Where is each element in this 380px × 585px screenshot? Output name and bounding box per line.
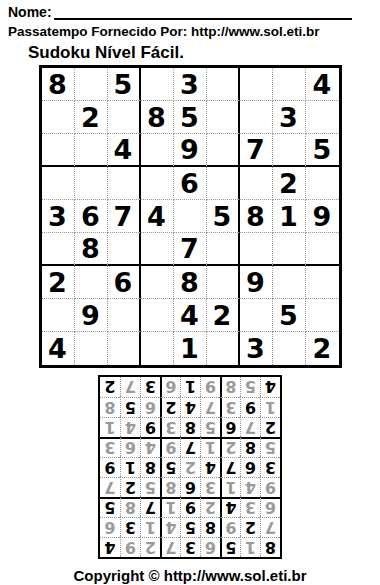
solution-cell: 7 bbox=[200, 397, 220, 417]
puzzle-cell: 5 bbox=[273, 299, 306, 332]
puzzle-cell bbox=[42, 167, 75, 200]
puzzle-cell: 9 bbox=[240, 266, 273, 299]
solution-cell: 2 bbox=[180, 457, 200, 477]
puzzle-cell bbox=[240, 68, 273, 101]
solution-cell: 9 bbox=[200, 377, 220, 397]
solution-cell: 7 bbox=[260, 517, 280, 537]
puzzle-cell bbox=[240, 101, 273, 134]
solution-cell: 9 bbox=[160, 437, 180, 457]
solution-cell: 6 bbox=[260, 497, 280, 517]
name-label: Nome: bbox=[8, 4, 52, 20]
puzzle-cell: 3 bbox=[42, 200, 75, 233]
puzzle-cell: 2 bbox=[42, 266, 75, 299]
puzzle-cell bbox=[306, 167, 339, 200]
page-title: Sudoku Nível Fácil. bbox=[28, 43, 380, 62]
name-underline bbox=[54, 4, 352, 20]
puzzle-cell: 8 bbox=[141, 101, 174, 134]
solution-cell: 3 bbox=[120, 517, 140, 537]
solution-cell: 8 bbox=[100, 397, 120, 417]
puzzle-cell bbox=[42, 299, 75, 332]
puzzle-cell: 3 bbox=[240, 332, 273, 365]
solution-cell: 5 bbox=[180, 517, 200, 537]
solution-cell: 3 bbox=[140, 377, 160, 397]
solution-cell: 7 bbox=[240, 417, 260, 437]
solution-cell: 3 bbox=[240, 497, 260, 517]
puzzle-cell bbox=[207, 101, 240, 134]
puzzle-grid: 853428534975623674581987268994254132 bbox=[39, 65, 342, 368]
puzzle-cell bbox=[174, 200, 207, 233]
puzzle-cell: 9 bbox=[174, 134, 207, 167]
solution-cell: 7 bbox=[220, 457, 240, 477]
puzzle-cell: 4 bbox=[141, 200, 174, 233]
puzzle-cell bbox=[207, 233, 240, 266]
puzzle-cell bbox=[75, 134, 108, 167]
solution-cell: 5 bbox=[140, 477, 160, 497]
puzzle-cell: 8 bbox=[174, 266, 207, 299]
solution-cell: 3 bbox=[260, 457, 280, 477]
puzzle-cell bbox=[240, 167, 273, 200]
puzzle-cell bbox=[75, 68, 108, 101]
puzzle-cell: 3 bbox=[273, 101, 306, 134]
puzzle-cell bbox=[108, 101, 141, 134]
solution-cell: 1 bbox=[240, 537, 260, 557]
solution-cell: 1 bbox=[180, 377, 200, 397]
puzzle-cell: 8 bbox=[240, 200, 273, 233]
solution-cell: 4 bbox=[260, 377, 280, 397]
puzzle-cell: 1 bbox=[273, 200, 306, 233]
puzzle-cell bbox=[306, 233, 339, 266]
puzzle-cell bbox=[207, 134, 240, 167]
puzzle-cell bbox=[141, 68, 174, 101]
puzzle-cell bbox=[42, 101, 75, 134]
solution-cell: 2 bbox=[160, 397, 180, 417]
solution-cell: 8 bbox=[260, 537, 280, 557]
puzzle-cell bbox=[207, 68, 240, 101]
solution-cell: 7 bbox=[180, 437, 200, 457]
puzzle-cell bbox=[141, 134, 174, 167]
puzzle-cell bbox=[306, 101, 339, 134]
puzzle-cell: 6 bbox=[174, 167, 207, 200]
solution-cell: 1 bbox=[140, 517, 160, 537]
puzzle-cell bbox=[108, 167, 141, 200]
solution-cell: 8 bbox=[120, 497, 140, 517]
solution-cell: 5 bbox=[160, 457, 180, 477]
solution-cell: 4 bbox=[120, 417, 140, 437]
solution-cell: 9 bbox=[120, 537, 140, 557]
puzzle-cell: 5 bbox=[174, 101, 207, 134]
puzzle-cell bbox=[141, 167, 174, 200]
solution-cell: 6 bbox=[240, 457, 260, 477]
solution-cell: 4 bbox=[180, 397, 200, 417]
worksheet-page: Nome: Passatempo Fornecido Por: http://w… bbox=[0, 4, 380, 584]
puzzle-cell bbox=[75, 167, 108, 200]
solution-cell: 9 bbox=[240, 397, 260, 417]
puzzle-cell: 4 bbox=[108, 134, 141, 167]
solution-cell: 3 bbox=[160, 417, 180, 437]
solution-cell: 5 bbox=[260, 437, 280, 457]
puzzle-cell bbox=[141, 332, 174, 365]
solution-cell: 6 bbox=[180, 477, 200, 497]
solution-cell: 9 bbox=[180, 497, 200, 517]
solution-cell: 6 bbox=[140, 397, 160, 417]
name-row: Nome: bbox=[8, 4, 352, 20]
solution-cell: 9 bbox=[140, 417, 160, 437]
puzzle-cell: 2 bbox=[273, 167, 306, 200]
solution-cell: 4 bbox=[160, 517, 180, 537]
solution-cell: 2 bbox=[100, 377, 120, 397]
puzzle-cell: 6 bbox=[75, 200, 108, 233]
puzzle-cell bbox=[141, 233, 174, 266]
puzzle-cell bbox=[273, 332, 306, 365]
puzzle-cell bbox=[108, 233, 141, 266]
solution-cell: 7 bbox=[140, 497, 160, 517]
puzzle-cell bbox=[207, 332, 240, 365]
solution-cell: 4 bbox=[200, 457, 220, 477]
solution-cell: 1 bbox=[200, 437, 220, 457]
puzzle-cell: 5 bbox=[207, 200, 240, 233]
solution-cell: 1 bbox=[160, 497, 180, 517]
puzzle-cell: 5 bbox=[108, 68, 141, 101]
puzzle-cell bbox=[273, 266, 306, 299]
copyright: Copyright © http://www.sol.eti.br bbox=[0, 567, 380, 584]
puzzle-cell bbox=[108, 332, 141, 365]
puzzle-cell bbox=[42, 134, 75, 167]
puzzle-cell: 8 bbox=[42, 68, 75, 101]
solution-cell: 9 bbox=[260, 477, 280, 497]
puzzle-cell bbox=[141, 299, 174, 332]
solution-cell: 2 bbox=[120, 477, 140, 497]
puzzle-cell bbox=[273, 233, 306, 266]
puzzle-cell: 4 bbox=[174, 299, 207, 332]
solution-cell: 2 bbox=[240, 517, 260, 537]
solution-cell: 6 bbox=[220, 417, 240, 437]
provider-line: Passatempo Fornecido Por: http://www.sol… bbox=[8, 24, 380, 39]
puzzle-cell: 2 bbox=[75, 101, 108, 134]
solution-cell: 1 bbox=[120, 457, 140, 477]
puzzle-cell: 7 bbox=[174, 233, 207, 266]
solution-cell: 3 bbox=[200, 477, 220, 497]
puzzle-cell: 1 bbox=[174, 332, 207, 365]
solution-cell: 5 bbox=[200, 417, 220, 437]
puzzle-cell: 7 bbox=[108, 200, 141, 233]
solution-cell: 3 bbox=[220, 397, 240, 417]
puzzle-cell bbox=[306, 266, 339, 299]
puzzle-cell: 5 bbox=[306, 134, 339, 167]
puzzle-cell bbox=[141, 266, 174, 299]
puzzle-cell: 3 bbox=[174, 68, 207, 101]
solution-cell: 4 bbox=[220, 497, 240, 517]
solution-cell: 1 bbox=[260, 397, 280, 417]
solution-cell: 6 bbox=[160, 377, 180, 397]
puzzle-cell bbox=[75, 266, 108, 299]
puzzle-cell: 8 bbox=[75, 233, 108, 266]
puzzle-cell: 4 bbox=[42, 332, 75, 365]
puzzle-cell bbox=[240, 233, 273, 266]
puzzle-cell bbox=[75, 332, 108, 365]
puzzle-cell: 2 bbox=[207, 299, 240, 332]
puzzle-cell: 6 bbox=[108, 266, 141, 299]
puzzle-cell: 4 bbox=[306, 68, 339, 101]
puzzle-cell bbox=[240, 299, 273, 332]
solution-cell: 1 bbox=[100, 417, 120, 437]
solution-cell: 5 bbox=[220, 537, 240, 557]
solution-cell: 8 bbox=[180, 417, 200, 437]
puzzle-cell: 9 bbox=[75, 299, 108, 332]
solution-cell: 8 bbox=[220, 377, 240, 397]
solution-cell: 1 bbox=[220, 477, 240, 497]
solution-cell: 4 bbox=[140, 437, 160, 457]
puzzle-cell: 9 bbox=[306, 200, 339, 233]
solution-cell: 8 bbox=[240, 437, 260, 457]
solution-cell: 8 bbox=[160, 477, 180, 497]
puzzle-cell bbox=[42, 233, 75, 266]
solution-cell: 7 bbox=[120, 377, 140, 397]
solution-cell: 9 bbox=[220, 517, 240, 537]
solution-cell: 2 bbox=[260, 417, 280, 437]
solution-grid-rotated: 8156372947298541366342917859413685273674… bbox=[98, 375, 282, 559]
solution-cell: 7 bbox=[160, 537, 180, 557]
solution-cell: 4 bbox=[100, 537, 120, 557]
solution-cell: 5 bbox=[240, 377, 260, 397]
solution-cell: 5 bbox=[100, 497, 120, 517]
puzzle-cell bbox=[306, 299, 339, 332]
puzzle-cell bbox=[273, 68, 306, 101]
puzzle-cell: 2 bbox=[306, 332, 339, 365]
puzzle-cell bbox=[273, 134, 306, 167]
solution-cell: 3 bbox=[180, 537, 200, 557]
puzzle-cell bbox=[207, 266, 240, 299]
solution-cell: 3 bbox=[100, 437, 120, 457]
solution-cell: 8 bbox=[140, 457, 160, 477]
solution-cell: 9 bbox=[100, 457, 120, 477]
solution-cell: 6 bbox=[100, 517, 120, 537]
solution-cell: 7 bbox=[100, 477, 120, 497]
solution-cell: 2 bbox=[200, 497, 220, 517]
solution-cell: 8 bbox=[200, 517, 220, 537]
solution-cell: 6 bbox=[120, 437, 140, 457]
puzzle-cell: 7 bbox=[240, 134, 273, 167]
solution-cell: 2 bbox=[140, 537, 160, 557]
puzzle-cell bbox=[108, 299, 141, 332]
solution-cell: 6 bbox=[200, 537, 220, 557]
solution-cell: 5 bbox=[120, 397, 140, 417]
solution-cell: 4 bbox=[240, 477, 260, 497]
solution-cell: 2 bbox=[220, 437, 240, 457]
puzzle-cell bbox=[207, 167, 240, 200]
